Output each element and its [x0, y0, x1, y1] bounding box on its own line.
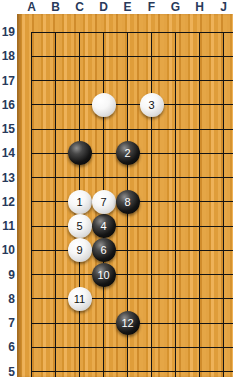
move-number: 2 [124, 141, 130, 165]
stone-black-e14[interactable]: 2 [116, 141, 140, 165]
row-label-8: 8 [0, 292, 15, 305]
column-label-G: G [171, 1, 180, 14]
grid-line-col-G [175, 32, 176, 377]
column-label-D: D [99, 1, 108, 14]
column-label-B: B [51, 1, 60, 14]
grid-line-row-9 [31, 274, 233, 275]
move-number: 5 [76, 214, 82, 238]
stone-black-e12[interactable]: 8 [116, 190, 140, 214]
grid-line-col-J [223, 32, 224, 377]
grid-line-row-13 [31, 177, 233, 178]
grid-line-row-15 [31, 129, 233, 130]
stone-black-c14[interactable] [68, 141, 92, 165]
stone-white-c10[interactable]: 9 [68, 238, 92, 262]
grid-line-row-5 [31, 371, 233, 372]
row-label-13: 13 [0, 171, 15, 184]
row-label-12: 12 [0, 195, 15, 208]
move-number: 7 [100, 190, 106, 214]
stone-white-f16[interactable]: 3 [140, 93, 164, 117]
grid-line-row-6 [31, 347, 233, 348]
move-number: 10 [97, 263, 109, 287]
grid-line-col-F [151, 32, 152, 377]
grid-line-row-17 [31, 80, 233, 81]
row-label-17: 17 [0, 74, 15, 87]
row-label-7: 7 [0, 317, 15, 330]
grid-line-row-18 [31, 56, 233, 57]
row-label-16: 16 [0, 98, 15, 111]
row-label-19: 19 [0, 26, 15, 39]
grid-line-col-B [55, 32, 56, 377]
row-label-15: 15 [0, 123, 15, 136]
column-label-E: E [123, 1, 131, 14]
stone-white-c8[interactable]: 11 [68, 287, 92, 311]
move-number: 8 [124, 190, 130, 214]
stone-white-c12[interactable]: 1 [68, 190, 92, 214]
move-number: 6 [100, 238, 106, 262]
move-number: 9 [76, 238, 82, 262]
stone-black-d9[interactable]: 10 [92, 263, 116, 287]
grid-line-row-19 [31, 32, 233, 33]
column-label-C: C [75, 1, 84, 14]
stone-white-c11[interactable]: 5 [68, 214, 92, 238]
move-number: 3 [148, 93, 154, 117]
row-label-11: 11 [0, 220, 15, 233]
grid-line-row-16 [31, 104, 233, 105]
grid-line-row-10 [31, 250, 233, 251]
move-number: 11 [74, 287, 85, 311]
row-label-6: 6 [0, 341, 15, 354]
move-number: 1 [76, 190, 82, 214]
column-label-F: F [148, 1, 155, 14]
grid-line-row-8 [31, 298, 233, 299]
column-label-J: J [220, 1, 227, 14]
stone-black-e7[interactable]: 12 [116, 311, 140, 335]
grid-line-col-H [199, 32, 200, 377]
stone-white-d16[interactable] [92, 93, 116, 117]
row-label-10: 10 [0, 244, 15, 257]
stone-white-d12[interactable]: 7 [92, 190, 116, 214]
column-label-H: H [195, 1, 204, 14]
row-label-5: 5 [0, 365, 15, 377]
stone-black-d11[interactable]: 4 [92, 214, 116, 238]
row-label-18: 18 [0, 50, 15, 63]
row-label-9: 9 [0, 268, 15, 281]
stone-black-d10[interactable]: 6 [92, 238, 116, 262]
column-label-A: A [27, 1, 36, 14]
grid-line-row-11 [31, 226, 233, 227]
row-label-14: 14 [0, 147, 15, 160]
move-number: 12 [121, 311, 133, 335]
grid-line-col-A [31, 32, 32, 377]
go-board-screenshot: ABCDEFGHJ 1918171615141312111098765 1234… [0, 0, 233, 377]
move-number: 4 [100, 214, 106, 238]
